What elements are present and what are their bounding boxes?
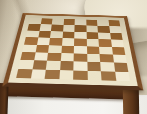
square-d2[interactable] [60,61,74,70]
square-h1[interactable] [115,71,130,81]
chessboard-wrapper [12,0,135,108]
board-grid [16,18,130,81]
table-leg-left [0,83,9,114]
square-c2[interactable] [46,61,60,70]
chessboard [2,13,143,90]
square-g1[interactable] [101,71,116,81]
square-d1[interactable] [59,70,73,80]
square-h2[interactable] [113,63,128,72]
square-f2[interactable] [87,62,101,71]
photo-scene [0,0,147,114]
square-e2[interactable] [73,62,87,71]
square-g2[interactable] [100,62,114,71]
square-f1[interactable] [87,71,101,81]
board-margin [8,15,138,86]
square-e1[interactable] [73,70,87,80]
square-b1[interactable] [30,69,45,79]
square-b2[interactable] [32,60,47,69]
square-c1[interactable] [45,69,60,79]
